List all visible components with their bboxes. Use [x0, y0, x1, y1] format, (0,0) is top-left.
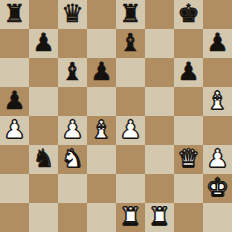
square-c6[interactable]: ♝ [58, 58, 87, 87]
square-g7[interactable] [174, 29, 203, 58]
square-a3[interactable] [0, 145, 29, 174]
square-e3[interactable] [116, 145, 145, 174]
square-h5[interactable]: ♝ [203, 87, 232, 116]
square-f2[interactable] [145, 174, 174, 203]
square-b4[interactable] [29, 116, 58, 145]
square-f3[interactable] [145, 145, 174, 174]
black-pawn-g6: ♟ [177, 57, 199, 86]
square-g1[interactable] [174, 203, 203, 232]
square-a8[interactable]: ♜ [0, 0, 29, 29]
white-rook-f1: ♜ [148, 202, 170, 231]
black-bishop-e7: ♝ [119, 28, 141, 57]
square-g5[interactable] [174, 87, 203, 116]
white-pawn-e4: ♟ [119, 115, 141, 144]
square-h8[interactable] [203, 0, 232, 29]
white-king-h2: ♚ [206, 173, 228, 202]
square-g2[interactable] [174, 174, 203, 203]
square-a6[interactable] [0, 58, 29, 87]
square-f8[interactable] [145, 0, 174, 29]
white-bishop-d4: ♝ [90, 115, 112, 144]
square-c2[interactable] [58, 174, 87, 203]
black-bishop-c6: ♝ [61, 57, 83, 86]
square-a4[interactable]: ♟ [0, 116, 29, 145]
black-king-g8: ♚ [177, 0, 199, 28]
square-e8[interactable]: ♜ [116, 0, 145, 29]
square-f4[interactable] [145, 116, 174, 145]
square-f1[interactable]: ♜ [145, 203, 174, 232]
square-a2[interactable] [0, 174, 29, 203]
square-h6[interactable] [203, 58, 232, 87]
square-a5[interactable]: ♟ [0, 87, 29, 116]
white-knight-c3: ♞ [61, 144, 83, 173]
square-h2[interactable]: ♚ [203, 174, 232, 203]
square-c8[interactable]: ♛ [58, 0, 87, 29]
square-h1[interactable] [203, 203, 232, 232]
square-f7[interactable] [145, 29, 174, 58]
square-e4[interactable]: ♟ [116, 116, 145, 145]
square-b5[interactable] [29, 87, 58, 116]
white-queen-g3: ♛ [177, 144, 199, 173]
black-pawn-b7: ♟ [32, 28, 54, 57]
square-d5[interactable] [87, 87, 116, 116]
square-f6[interactable] [145, 58, 174, 87]
white-pawn-c4: ♟ [61, 115, 83, 144]
square-g6[interactable]: ♟ [174, 58, 203, 87]
square-b7[interactable]: ♟ [29, 29, 58, 58]
black-knight-b3: ♞ [32, 144, 54, 173]
square-b8[interactable] [29, 0, 58, 29]
white-rook-e1: ♜ [119, 202, 141, 231]
white-pawn-a4: ♟ [3, 115, 25, 144]
square-b3[interactable]: ♞ [29, 145, 58, 174]
square-g3[interactable]: ♛ [174, 145, 203, 174]
square-h4[interactable] [203, 116, 232, 145]
square-g8[interactable]: ♚ [174, 0, 203, 29]
square-e6[interactable] [116, 58, 145, 87]
square-e1[interactable]: ♜ [116, 203, 145, 232]
black-queen-c8: ♛ [61, 0, 83, 28]
square-g4[interactable] [174, 116, 203, 145]
black-pawn-h7: ♟ [206, 28, 228, 57]
square-a7[interactable] [0, 29, 29, 58]
square-f5[interactable] [145, 87, 174, 116]
square-c7[interactable] [58, 29, 87, 58]
square-e5[interactable] [116, 87, 145, 116]
square-b1[interactable] [29, 203, 58, 232]
black-rook-e8: ♜ [119, 0, 141, 28]
white-pawn-h3: ♟ [206, 144, 228, 173]
chess-board: ♜♛♜♚♟♝♟♝♟♟♟♝♟♟♝♟♞♞♛♟♚♜♜ [0, 0, 232, 232]
square-a1[interactable] [0, 203, 29, 232]
square-c4[interactable]: ♟ [58, 116, 87, 145]
square-h7[interactable]: ♟ [203, 29, 232, 58]
square-d4[interactable]: ♝ [87, 116, 116, 145]
square-d8[interactable] [87, 0, 116, 29]
white-bishop-h5: ♝ [206, 86, 228, 115]
black-pawn-a5: ♟ [3, 86, 25, 115]
square-e2[interactable] [116, 174, 145, 203]
square-c1[interactable] [58, 203, 87, 232]
square-h3[interactable]: ♟ [203, 145, 232, 174]
square-d6[interactable]: ♟ [87, 58, 116, 87]
square-d3[interactable] [87, 145, 116, 174]
square-d1[interactable] [87, 203, 116, 232]
square-d2[interactable] [87, 174, 116, 203]
square-b6[interactable] [29, 58, 58, 87]
square-e7[interactable]: ♝ [116, 29, 145, 58]
square-c5[interactable] [58, 87, 87, 116]
square-d7[interactable] [87, 29, 116, 58]
black-rook-a8: ♜ [3, 0, 25, 28]
black-pawn-d6: ♟ [90, 57, 112, 86]
square-c3[interactable]: ♞ [58, 145, 87, 174]
square-b2[interactable] [29, 174, 58, 203]
